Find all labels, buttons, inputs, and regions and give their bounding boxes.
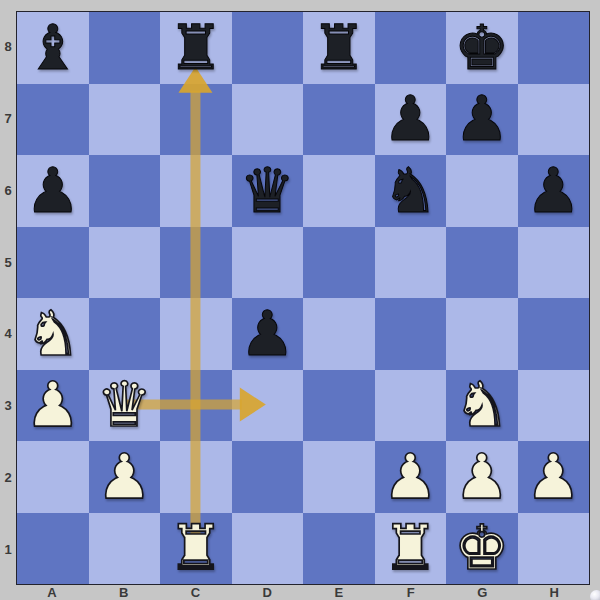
square-b2[interactable]: ♟ (89, 441, 161, 513)
piece-black-pawn[interactable]: ♟ (382, 88, 438, 150)
square-h1[interactable] (518, 513, 590, 585)
rank-label-7: 7 (0, 83, 16, 155)
square-g8[interactable]: ♚ (446, 12, 518, 84)
piece-white-pawn[interactable]: ♟ (382, 446, 438, 508)
square-g2[interactable]: ♟ (446, 441, 518, 513)
square-f4[interactable] (375, 298, 447, 370)
square-e8[interactable]: ♜ (303, 12, 375, 84)
square-f1[interactable]: ♜ (375, 513, 447, 585)
board-grid: ♝♜♜♚♟♟♟♛♞♟♞♟♟♛♞♟♟♟♟♜♜♚ (17, 12, 589, 584)
square-b3[interactable]: ♛ (89, 370, 161, 442)
square-c2[interactable] (160, 441, 232, 513)
square-g4[interactable] (446, 298, 518, 370)
square-g5[interactable] (446, 227, 518, 299)
piece-white-rook[interactable]: ♜ (382, 517, 438, 579)
square-f7[interactable]: ♟ (375, 84, 447, 156)
piece-white-pawn[interactable]: ♟ (96, 446, 152, 508)
piece-white-knight[interactable]: ♞ (25, 303, 81, 365)
square-g6[interactable] (446, 155, 518, 227)
file-labels: ABCDEFGH (16, 584, 590, 600)
square-a6[interactable]: ♟ (17, 155, 89, 227)
file-label-e: E (303, 584, 375, 600)
square-b6[interactable] (89, 155, 161, 227)
square-h6[interactable]: ♟ (518, 155, 590, 227)
square-b7[interactable] (89, 84, 161, 156)
piece-black-king[interactable]: ♚ (454, 17, 510, 79)
piece-white-queen[interactable]: ♛ (96, 374, 152, 436)
rank-labels: 87654321 (0, 11, 16, 585)
rank-label-4: 4 (0, 298, 16, 370)
square-h5[interactable] (518, 227, 590, 299)
square-c8[interactable]: ♜ (160, 12, 232, 84)
rank-label-3: 3 (0, 370, 16, 442)
square-d8[interactable] (232, 12, 304, 84)
square-b8[interactable] (89, 12, 161, 84)
file-label-d: D (231, 584, 303, 600)
square-g7[interactable]: ♟ (446, 84, 518, 156)
piece-black-pawn[interactable]: ♟ (454, 88, 510, 150)
square-e2[interactable] (303, 441, 375, 513)
square-c3[interactable] (160, 370, 232, 442)
square-a7[interactable] (17, 84, 89, 156)
piece-black-rook[interactable]: ♜ (168, 17, 224, 79)
square-a2[interactable] (17, 441, 89, 513)
file-label-c: C (160, 584, 232, 600)
square-h2[interactable]: ♟ (518, 441, 590, 513)
square-g3[interactable]: ♞ (446, 370, 518, 442)
square-f3[interactable] (375, 370, 447, 442)
square-e3[interactable] (303, 370, 375, 442)
file-label-a: A (16, 584, 88, 600)
piece-black-rook[interactable]: ♜ (311, 17, 367, 79)
chess-board: ♝♜♜♚♟♟♟♛♞♟♞♟♟♛♞♟♟♟♟♜♜♚ (16, 11, 590, 585)
square-a3[interactable]: ♟ (17, 370, 89, 442)
file-label-h: H (518, 584, 590, 600)
file-label-f: F (375, 584, 447, 600)
piece-white-pawn[interactable]: ♟ (525, 446, 581, 508)
square-f5[interactable] (375, 227, 447, 299)
square-a4[interactable]: ♞ (17, 298, 89, 370)
square-c1[interactable]: ♜ (160, 513, 232, 585)
piece-black-pawn[interactable]: ♟ (525, 160, 581, 222)
square-f2[interactable]: ♟ (375, 441, 447, 513)
square-b5[interactable] (89, 227, 161, 299)
square-e1[interactable] (303, 513, 375, 585)
piece-black-knight[interactable]: ♞ (382, 160, 438, 222)
square-d1[interactable] (232, 513, 304, 585)
piece-black-pawn[interactable]: ♟ (239, 303, 295, 365)
square-d3[interactable] (232, 370, 304, 442)
square-f6[interactable]: ♞ (375, 155, 447, 227)
square-h3[interactable] (518, 370, 590, 442)
file-label-b: B (88, 584, 160, 600)
piece-black-queen[interactable]: ♛ (239, 160, 295, 222)
square-c5[interactable] (160, 227, 232, 299)
square-e4[interactable] (303, 298, 375, 370)
rank-label-5: 5 (0, 226, 16, 298)
square-h4[interactable] (518, 298, 590, 370)
rank-label-6: 6 (0, 155, 16, 227)
square-e6[interactable] (303, 155, 375, 227)
piece-white-king[interactable]: ♚ (454, 517, 510, 579)
square-a5[interactable] (17, 227, 89, 299)
square-d4[interactable]: ♟ (232, 298, 304, 370)
square-c7[interactable] (160, 84, 232, 156)
square-d6[interactable]: ♛ (232, 155, 304, 227)
square-c4[interactable] (160, 298, 232, 370)
square-c6[interactable] (160, 155, 232, 227)
chess-diagram: 87654321 ♝♜♜♚♟♟♟♛♞♟♞♟♟♛♞♟♟♟♟♜♜♚ ABCDEFGH (0, 0, 600, 600)
square-g1[interactable]: ♚ (446, 513, 518, 585)
square-a1[interactable] (17, 513, 89, 585)
square-h7[interactable] (518, 84, 590, 156)
rank-label-1: 1 (0, 513, 16, 585)
square-e5[interactable] (303, 227, 375, 299)
piece-white-knight[interactable]: ♞ (454, 374, 510, 436)
piece-white-rook[interactable]: ♜ (168, 517, 224, 579)
square-b1[interactable] (89, 513, 161, 585)
file-label-g: G (447, 584, 519, 600)
rank-label-2: 2 (0, 442, 16, 514)
square-d5[interactable] (232, 227, 304, 299)
square-h8[interactable] (518, 12, 590, 84)
piece-white-pawn[interactable]: ♟ (454, 446, 510, 508)
square-e7[interactable] (303, 84, 375, 156)
piece-black-bishop[interactable]: ♝ (25, 17, 81, 79)
rank-label-8: 8 (0, 11, 16, 83)
piece-black-pawn[interactable]: ♟ (25, 160, 81, 222)
square-a8[interactable]: ♝ (17, 12, 89, 84)
piece-white-pawn[interactable]: ♟ (25, 374, 81, 436)
square-d7[interactable] (232, 84, 304, 156)
square-b4[interactable] (89, 298, 161, 370)
square-f8[interactable] (375, 12, 447, 84)
square-d2[interactable] (232, 441, 304, 513)
corner-sphere-icon (590, 590, 600, 600)
